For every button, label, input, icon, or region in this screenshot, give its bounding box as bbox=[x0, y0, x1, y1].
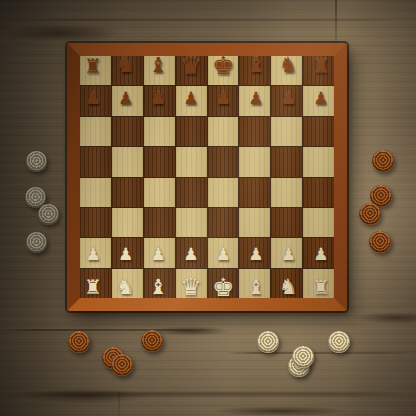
square-d7[interactable]: ♟ bbox=[176, 86, 207, 115]
piece-dark-pawn-g7[interactable]: ♟ bbox=[281, 90, 296, 107]
piece-light-queen-d1[interactable]: ♛ bbox=[180, 275, 202, 299]
square-a2[interactable]: ♟ bbox=[80, 238, 111, 267]
checker-disc-brown[interactable] bbox=[372, 150, 394, 172]
piece-dark-rook-h8[interactable]: ♜ bbox=[312, 56, 330, 76]
square-d2[interactable]: ♟ bbox=[176, 238, 207, 267]
piece-dark-knight-g8[interactable]: ♞ bbox=[279, 55, 298, 76]
square-c4[interactable] bbox=[144, 178, 175, 207]
square-c1[interactable]: ♝ bbox=[144, 269, 175, 298]
square-b8[interactable]: ♞ bbox=[112, 56, 143, 85]
square-a7[interactable]: ♟ bbox=[80, 86, 111, 115]
square-c6[interactable] bbox=[144, 117, 175, 146]
piece-dark-rook-a8[interactable]: ♜ bbox=[84, 56, 102, 76]
piece-dark-king-e8[interactable]: ♚ bbox=[212, 53, 234, 78]
square-h7[interactable]: ♟ bbox=[303, 86, 334, 115]
checker-disc-brown[interactable] bbox=[141, 330, 163, 352]
piece-light-pawn-e2[interactable]: ♟ bbox=[216, 246, 231, 263]
piece-light-knight-b1[interactable]: ♞ bbox=[116, 277, 135, 298]
piece-light-pawn-a2[interactable]: ♟ bbox=[85, 246, 100, 263]
piece-light-bishop-c1[interactable]: ♝ bbox=[149, 277, 168, 298]
piece-light-rook-a1[interactable]: ♜ bbox=[84, 277, 102, 297]
square-f2[interactable]: ♟ bbox=[239, 238, 270, 267]
square-b1[interactable]: ♞ bbox=[112, 269, 143, 298]
piece-dark-bishop-f8[interactable]: ♝ bbox=[246, 55, 265, 76]
plank-seam bbox=[226, 352, 416, 354]
square-f8[interactable]: ♝ bbox=[239, 56, 270, 85]
square-g2[interactable]: ♟ bbox=[271, 238, 302, 267]
piece-dark-queen-d8[interactable]: ♛ bbox=[180, 54, 202, 78]
piece-light-rook-h1[interactable]: ♜ bbox=[312, 277, 330, 297]
checker-disc-brown[interactable] bbox=[111, 354, 133, 376]
wood-knot bbox=[210, 406, 350, 416]
chess-board: ♜♞♝♛♚♝♞♜♟♟♟♟♟♟♟♟♟♟♟♟♟♟♟♟♜♞♝♛♚♝♞♜ bbox=[67, 43, 347, 311]
square-f3[interactable] bbox=[239, 208, 270, 237]
piece-dark-pawn-c7[interactable]: ♟ bbox=[151, 90, 166, 107]
wood-knot bbox=[352, 312, 416, 324]
checker-disc-brown[interactable] bbox=[68, 331, 90, 353]
square-e3[interactable] bbox=[208, 208, 239, 237]
square-d6[interactable] bbox=[176, 117, 207, 146]
square-e5[interactable] bbox=[208, 147, 239, 176]
plank-seam bbox=[0, 19, 416, 21]
square-e4[interactable] bbox=[208, 178, 239, 207]
square-h2[interactable]: ♟ bbox=[303, 238, 334, 267]
piece-light-pawn-g2[interactable]: ♟ bbox=[281, 246, 296, 263]
piece-dark-bishop-c8[interactable]: ♝ bbox=[149, 55, 168, 76]
square-c7[interactable]: ♟ bbox=[144, 86, 175, 115]
piece-dark-pawn-b7[interactable]: ♟ bbox=[118, 90, 133, 107]
checker-disc-cream[interactable] bbox=[292, 346, 314, 368]
square-a4[interactable] bbox=[80, 178, 111, 207]
wood-knot bbox=[20, 388, 150, 404]
square-c8[interactable]: ♝ bbox=[144, 56, 175, 85]
square-e2[interactable]: ♟ bbox=[208, 238, 239, 267]
piece-dark-pawn-h7[interactable]: ♟ bbox=[313, 90, 328, 107]
square-b2[interactable]: ♟ bbox=[112, 238, 143, 267]
square-h5[interactable] bbox=[303, 147, 334, 176]
square-h4[interactable] bbox=[303, 178, 334, 207]
square-f1[interactable]: ♝ bbox=[239, 269, 270, 298]
square-g1[interactable]: ♞ bbox=[271, 269, 302, 298]
piece-light-pawn-b2[interactable]: ♟ bbox=[118, 246, 133, 263]
piece-light-knight-g1[interactable]: ♞ bbox=[279, 277, 298, 298]
piece-light-pawn-c2[interactable]: ♟ bbox=[151, 246, 166, 263]
piece-light-bishop-f1[interactable]: ♝ bbox=[246, 277, 265, 298]
square-c5[interactable] bbox=[144, 147, 175, 176]
square-a5[interactable] bbox=[80, 147, 111, 176]
square-g4[interactable] bbox=[271, 178, 302, 207]
square-e8[interactable]: ♚ bbox=[208, 56, 239, 85]
square-b5[interactable] bbox=[112, 147, 143, 176]
piece-dark-pawn-d7[interactable]: ♟ bbox=[183, 90, 198, 107]
square-d1[interactable]: ♛ bbox=[176, 269, 207, 298]
square-b4[interactable] bbox=[112, 178, 143, 207]
square-f6[interactable] bbox=[239, 117, 270, 146]
piece-light-pawn-h2[interactable]: ♟ bbox=[313, 246, 328, 263]
square-a6[interactable] bbox=[80, 117, 111, 146]
square-g3[interactable] bbox=[271, 208, 302, 237]
piece-dark-pawn-f7[interactable]: ♟ bbox=[248, 90, 263, 107]
checker-disc-brown[interactable] bbox=[359, 203, 381, 225]
board-squares: ♜♞♝♛♚♝♞♜♟♟♟♟♟♟♟♟♟♟♟♟♟♟♟♟♜♞♝♛♚♝♞♜ bbox=[80, 56, 334, 298]
square-d3[interactable] bbox=[176, 208, 207, 237]
square-b7[interactable]: ♟ bbox=[112, 86, 143, 115]
square-g5[interactable] bbox=[271, 147, 302, 176]
square-c3[interactable] bbox=[144, 208, 175, 237]
square-b3[interactable] bbox=[112, 208, 143, 237]
piece-light-pawn-f2[interactable]: ♟ bbox=[248, 246, 263, 263]
checker-disc-cream[interactable] bbox=[25, 187, 46, 208]
checker-disc-cream[interactable] bbox=[328, 331, 350, 353]
square-h3[interactable] bbox=[303, 208, 334, 237]
square-g8[interactable]: ♞ bbox=[271, 56, 302, 85]
checker-disc-cream[interactable] bbox=[26, 232, 47, 253]
square-e7[interactable]: ♟ bbox=[208, 86, 239, 115]
square-f5[interactable] bbox=[239, 147, 270, 176]
square-d5[interactable] bbox=[176, 147, 207, 176]
square-e6[interactable] bbox=[208, 117, 239, 146]
square-a3[interactable] bbox=[80, 208, 111, 237]
square-a8[interactable]: ♜ bbox=[80, 56, 111, 85]
piece-light-king-e1[interactable]: ♚ bbox=[212, 275, 234, 300]
square-c2[interactable]: ♟ bbox=[144, 238, 175, 267]
checker-disc-cream[interactable] bbox=[257, 331, 279, 353]
square-f7[interactable]: ♟ bbox=[239, 86, 270, 115]
square-e1[interactable]: ♚ bbox=[208, 269, 239, 298]
square-f4[interactable] bbox=[239, 178, 270, 207]
square-a1[interactable]: ♜ bbox=[80, 269, 111, 298]
square-d4[interactable] bbox=[176, 178, 207, 207]
wood-knot bbox=[0, 24, 120, 42]
piece-light-pawn-d2[interactable]: ♟ bbox=[183, 246, 198, 263]
checker-disc-cream[interactable] bbox=[26, 151, 47, 172]
square-g7[interactable]: ♟ bbox=[271, 86, 302, 115]
scene: ♜♞♝♛♚♝♞♜♟♟♟♟♟♟♟♟♟♟♟♟♟♟♟♟♜♞♝♛♚♝♞♜ bbox=[0, 0, 416, 416]
square-h6[interactable] bbox=[303, 117, 334, 146]
piece-dark-pawn-a7[interactable]: ♟ bbox=[85, 90, 100, 107]
checker-disc-brown[interactable] bbox=[369, 231, 391, 253]
wood-knot bbox=[150, 326, 230, 336]
square-b6[interactable] bbox=[112, 117, 143, 146]
square-g6[interactable] bbox=[271, 117, 302, 146]
square-h8[interactable]: ♜ bbox=[303, 56, 334, 85]
square-d8[interactable]: ♛ bbox=[176, 56, 207, 85]
piece-dark-knight-b8[interactable]: ♞ bbox=[116, 55, 135, 76]
square-h1[interactable]: ♜ bbox=[303, 269, 334, 298]
checker-disc-cream[interactable] bbox=[38, 204, 59, 225]
piece-dark-pawn-e7[interactable]: ♟ bbox=[216, 90, 231, 107]
plank-seam bbox=[335, 0, 337, 42]
